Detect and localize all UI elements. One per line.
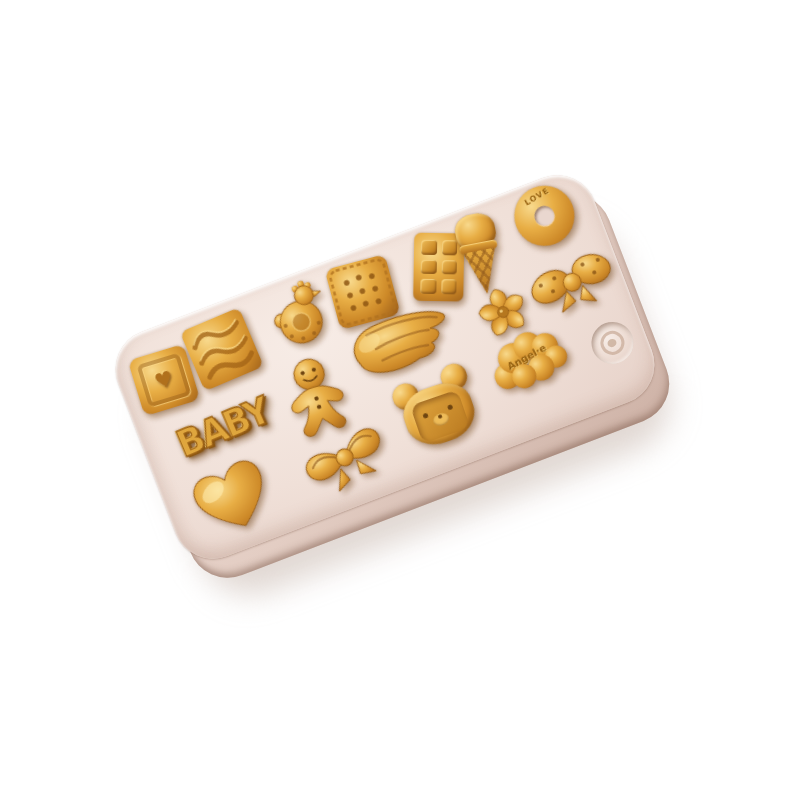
square-frame-relief: [137, 353, 192, 408]
chocolate-square: [420, 279, 436, 294]
product-photo: ♥: [0, 0, 800, 800]
chocolate-square: [441, 260, 457, 275]
piece-donut: LOVE: [506, 177, 584, 255]
chocolate-square: [421, 259, 437, 274]
donut-hole: [531, 203, 557, 229]
polka-dot-bow-icon: [520, 243, 625, 325]
silicone-mold: ♥: [104, 164, 666, 571]
chocolate-square: [421, 240, 437, 255]
rose-cavity: [585, 316, 639, 370]
piece-polka-dot-bow: [520, 243, 625, 325]
